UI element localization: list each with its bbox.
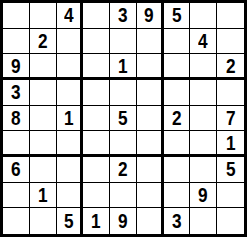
cell-r6c4[interactable] bbox=[83, 131, 110, 157]
cell-r8c8[interactable]: 9 bbox=[190, 183, 217, 209]
cell-r4c7[interactable] bbox=[164, 80, 191, 106]
given-digit: 3 bbox=[11, 81, 21, 103]
cell-r1c9[interactable] bbox=[217, 3, 244, 29]
given-digit: 9 bbox=[144, 4, 154, 26]
cell-r8c7[interactable] bbox=[164, 183, 191, 209]
cell-r9c8[interactable] bbox=[190, 208, 217, 234]
cell-r5c2[interactable] bbox=[30, 106, 57, 132]
cell-r4c3[interactable] bbox=[57, 80, 84, 106]
cell-r4c9[interactable] bbox=[217, 80, 244, 106]
cell-r1c8[interactable] bbox=[190, 3, 217, 29]
cell-r8c2[interactable]: 1 bbox=[30, 183, 57, 209]
given-digit: 9 bbox=[118, 210, 128, 232]
cell-r4c4[interactable] bbox=[83, 80, 110, 106]
cell-r6c5[interactable] bbox=[110, 131, 137, 157]
given-digit: 5 bbox=[118, 107, 128, 129]
cell-r6c8[interactable] bbox=[190, 131, 217, 157]
cell-r4c2[interactable] bbox=[30, 80, 57, 106]
given-digit: 1 bbox=[38, 184, 48, 206]
cell-r7c5[interactable]: 2 bbox=[110, 157, 137, 183]
cell-r7c7[interactable] bbox=[164, 157, 191, 183]
given-digit: 1 bbox=[226, 132, 236, 154]
cell-r1c3[interactable]: 4 bbox=[57, 3, 84, 29]
cell-r8c5[interactable] bbox=[110, 183, 137, 209]
cell-r9c3[interactable]: 5 bbox=[57, 208, 84, 234]
cell-r7c6[interactable] bbox=[137, 157, 164, 183]
given-digit: 9 bbox=[11, 55, 21, 77]
cell-r1c5[interactable]: 3 bbox=[110, 3, 137, 29]
given-digit: 2 bbox=[172, 107, 182, 129]
cell-r6c7[interactable] bbox=[164, 131, 191, 157]
cell-r3c5[interactable]: 1 bbox=[110, 54, 137, 80]
cell-r2c5[interactable] bbox=[110, 29, 137, 55]
cell-r9c1[interactable] bbox=[3, 208, 30, 234]
cell-r7c3[interactable] bbox=[57, 157, 84, 183]
cell-r5c6[interactable] bbox=[137, 106, 164, 132]
cell-r6c6[interactable] bbox=[137, 131, 164, 157]
given-digit: 9 bbox=[199, 184, 209, 206]
cell-r4c1[interactable]: 3 bbox=[3, 80, 30, 106]
cell-r9c5[interactable]: 9 bbox=[110, 208, 137, 234]
cell-r7c2[interactable] bbox=[30, 157, 57, 183]
given-digit: 4 bbox=[64, 4, 74, 26]
given-digit: 2 bbox=[226, 55, 236, 77]
cell-r3c2[interactable] bbox=[30, 54, 57, 80]
cell-r1c2[interactable] bbox=[30, 3, 57, 29]
given-digit: 4 bbox=[199, 30, 209, 52]
cell-r7c1[interactable]: 6 bbox=[3, 157, 30, 183]
given-digit: 7 bbox=[226, 107, 236, 129]
cell-r3c1[interactable]: 9 bbox=[3, 54, 30, 80]
cell-r8c1[interactable] bbox=[3, 183, 30, 209]
cell-r8c9[interactable] bbox=[217, 183, 244, 209]
cell-r3c6[interactable] bbox=[137, 54, 164, 80]
cell-r2c2[interactable]: 2 bbox=[30, 29, 57, 55]
cell-r4c6[interactable] bbox=[137, 80, 164, 106]
given-digit: 8 bbox=[11, 107, 21, 129]
cell-r1c7[interactable]: 5 bbox=[164, 3, 191, 29]
cell-r5c7[interactable]: 2 bbox=[164, 106, 191, 132]
given-digit: 3 bbox=[118, 4, 128, 26]
given-digit: 5 bbox=[64, 210, 74, 232]
given-digit: 3 bbox=[172, 210, 182, 232]
sudoku-board: 4395249123815271625195193 bbox=[0, 0, 247, 237]
cell-r5c8[interactable] bbox=[190, 106, 217, 132]
cell-r2c3[interactable] bbox=[57, 29, 84, 55]
cell-r4c8[interactable] bbox=[190, 80, 217, 106]
cell-r9c7[interactable]: 3 bbox=[164, 208, 191, 234]
cell-r3c4[interactable] bbox=[83, 54, 110, 80]
cell-r4c5[interactable] bbox=[110, 80, 137, 106]
cell-r2c9[interactable] bbox=[217, 29, 244, 55]
cell-r8c4[interactable] bbox=[83, 183, 110, 209]
given-digit: 2 bbox=[38, 30, 48, 52]
given-digit: 1 bbox=[91, 210, 101, 232]
given-digit: 5 bbox=[226, 158, 236, 180]
cell-r5c3[interactable]: 1 bbox=[57, 106, 84, 132]
cell-r8c6[interactable] bbox=[137, 183, 164, 209]
cell-r3c9[interactable]: 2 bbox=[217, 54, 244, 80]
cell-r8c3[interactable] bbox=[57, 183, 84, 209]
cell-r2c4[interactable] bbox=[83, 29, 110, 55]
sudoku-page: 4395249123815271625195193 bbox=[0, 0, 250, 240]
cell-r2c6[interactable] bbox=[137, 29, 164, 55]
cell-r7c8[interactable] bbox=[190, 157, 217, 183]
cell-r1c4[interactable] bbox=[83, 3, 110, 29]
cell-r6c2[interactable] bbox=[30, 131, 57, 157]
cell-r9c2[interactable] bbox=[30, 208, 57, 234]
cell-r3c7[interactable] bbox=[164, 54, 191, 80]
cell-r5c5[interactable]: 5 bbox=[110, 106, 137, 132]
given-digit: 5 bbox=[172, 4, 182, 26]
cell-r3c8[interactable] bbox=[190, 54, 217, 80]
cell-r6c1[interactable] bbox=[3, 131, 30, 157]
given-digit: 1 bbox=[64, 107, 74, 129]
cell-r1c1[interactable] bbox=[3, 3, 30, 29]
cell-r5c9[interactable]: 7 bbox=[217, 106, 244, 132]
given-digit: 6 bbox=[11, 158, 21, 180]
cell-r7c9[interactable]: 5 bbox=[217, 157, 244, 183]
cell-r9c6[interactable] bbox=[137, 208, 164, 234]
cell-r1c6[interactable]: 9 bbox=[137, 3, 164, 29]
cell-r7c4[interactable] bbox=[83, 157, 110, 183]
given-digit: 1 bbox=[118, 55, 128, 77]
given-digit: 2 bbox=[118, 158, 128, 180]
cell-r2c7[interactable] bbox=[164, 29, 191, 55]
cell-r2c1[interactable] bbox=[3, 29, 30, 55]
cell-r2c8[interactable]: 4 bbox=[190, 29, 217, 55]
cell-r9c9[interactable] bbox=[217, 208, 244, 234]
cell-r6c3[interactable] bbox=[57, 131, 84, 157]
cell-r5c4[interactable] bbox=[83, 106, 110, 132]
cell-r9c4[interactable]: 1 bbox=[83, 208, 110, 234]
cell-r5c1[interactable]: 8 bbox=[3, 106, 30, 132]
cell-r6c9[interactable]: 1 bbox=[217, 131, 244, 157]
cell-r3c3[interactable] bbox=[57, 54, 84, 80]
